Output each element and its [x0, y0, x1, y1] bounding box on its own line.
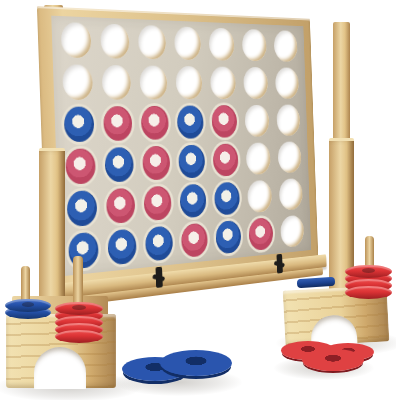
cell-r6c3[interactable]: [141, 223, 177, 264]
empty-hole: [243, 67, 268, 99]
cell-r5c2[interactable]: [102, 185, 139, 226]
stacked-disc-red: [345, 265, 392, 278]
disc-red: [103, 106, 133, 141]
empty-hole: [242, 29, 267, 61]
cell-r2c7[interactable]: [271, 65, 301, 100]
disc-blue: [177, 106, 204, 139]
cell-r2c1[interactable]: [58, 62, 97, 102]
disc-red: [144, 185, 172, 221]
empty-hole: [273, 30, 297, 62]
empty-hole: [63, 65, 94, 101]
left-post-lower-segment: [39, 148, 65, 317]
empty-hole: [277, 141, 301, 173]
cell-r1c3[interactable]: [134, 23, 170, 62]
cell-r2c6[interactable]: [240, 65, 272, 101]
disc-red: [142, 146, 170, 181]
disc-blue: [214, 181, 240, 215]
empty-hole: [138, 25, 166, 59]
disc-blue: [145, 225, 173, 261]
disc-blue: [215, 220, 241, 255]
stacked-disc-red: [55, 302, 103, 315]
disc-red: [248, 217, 273, 251]
disc-red: [106, 187, 136, 223]
empty-hole: [244, 105, 269, 137]
cell-r4c3[interactable]: [138, 143, 174, 183]
empty-hole: [102, 65, 132, 100]
empty-hole: [246, 142, 271, 175]
blue-disc-stack: [5, 299, 51, 319]
cell-r1c6[interactable]: [238, 27, 270, 64]
loose-disc-blue: [160, 350, 232, 376]
empty-hole: [175, 66, 202, 99]
giant-connect-four-photo: [0, 0, 396, 400]
empty-hole: [279, 178, 303, 211]
disc-red: [213, 143, 239, 176]
stacked-disc-red: [345, 286, 392, 299]
cell-r3c3[interactable]: [137, 104, 173, 143]
cell-r3c7[interactable]: [273, 102, 303, 138]
cell-r4c2[interactable]: [101, 144, 138, 185]
latch-clasp-icon[interactable]: [276, 254, 282, 274]
cell-r4c4[interactable]: [174, 142, 208, 181]
disc-blue: [67, 190, 98, 227]
cell-r5c7[interactable]: [275, 176, 305, 213]
cell-r1c2[interactable]: [96, 21, 133, 61]
cell-r4c7[interactable]: [274, 139, 304, 175]
board-frame: [37, 6, 319, 298]
cell-r3c6[interactable]: [241, 103, 273, 139]
cell-r1c5[interactable]: [205, 26, 238, 64]
board-face: [51, 16, 311, 277]
empty-hole: [280, 214, 304, 247]
empty-hole: [276, 105, 300, 136]
stacked-disc-blue: [5, 299, 51, 312]
left-red-peg-dowel: [73, 256, 83, 308]
cell-r6c4[interactable]: [177, 220, 211, 260]
cell-r5c3[interactable]: [140, 183, 176, 224]
red-disc-stack: [345, 265, 392, 299]
disc-blue: [64, 107, 95, 143]
cell-r4c5[interactable]: [209, 141, 242, 179]
cell-r3c1[interactable]: [60, 104, 99, 145]
cell-r3c5[interactable]: [208, 103, 241, 140]
empty-hole: [247, 180, 272, 213]
disc-red: [181, 222, 208, 257]
cell-r6c1[interactable]: [64, 229, 103, 272]
disc-red: [65, 148, 96, 185]
cell-r4c1[interactable]: [61, 146, 100, 188]
empty-hole: [139, 66, 167, 100]
disc-blue: [179, 183, 206, 218]
cell-r6c7[interactable]: [277, 212, 307, 250]
cell-r5c5[interactable]: [210, 179, 243, 218]
hole-grid: [51, 16, 311, 277]
cell-r1c4[interactable]: [170, 24, 204, 62]
cell-r2c5[interactable]: [206, 64, 239, 101]
cell-r3c4[interactable]: [173, 103, 207, 141]
cell-r2c3[interactable]: [136, 63, 172, 102]
disc-red: [141, 106, 169, 140]
cell-r6c6[interactable]: [245, 215, 277, 254]
cell-r1c7[interactable]: [270, 28, 300, 64]
cell-r2c2[interactable]: [98, 63, 135, 102]
cell-r2c4[interactable]: [172, 64, 206, 102]
cell-r6c2[interactable]: [104, 225, 141, 267]
disc-blue: [108, 228, 138, 265]
stacked-disc-red: [55, 330, 103, 343]
cell-r1c1[interactable]: [57, 20, 96, 61]
cell-r4c6[interactable]: [242, 140, 274, 177]
empty-hole: [174, 27, 201, 61]
cell-r5c1[interactable]: [63, 187, 102, 229]
disc-red: [211, 105, 237, 138]
red-disc-stack: [55, 302, 103, 343]
cell-r6c5[interactable]: [212, 217, 245, 257]
game-board: [37, 6, 319, 298]
empty-hole: [208, 28, 234, 61]
empty-hole: [61, 22, 92, 58]
empty-hole: [210, 67, 236, 100]
loose-disc-red: [302, 349, 364, 371]
empty-hole: [275, 68, 299, 99]
cell-r3c2[interactable]: [99, 104, 136, 144]
empty-hole: [100, 24, 130, 59]
disc-blue: [178, 144, 205, 178]
cell-r5c4[interactable]: [176, 181, 210, 221]
latch-clasp-icon[interactable]: [155, 267, 162, 288]
disc-blue: [105, 147, 135, 183]
cell-r5c6[interactable]: [244, 177, 276, 215]
